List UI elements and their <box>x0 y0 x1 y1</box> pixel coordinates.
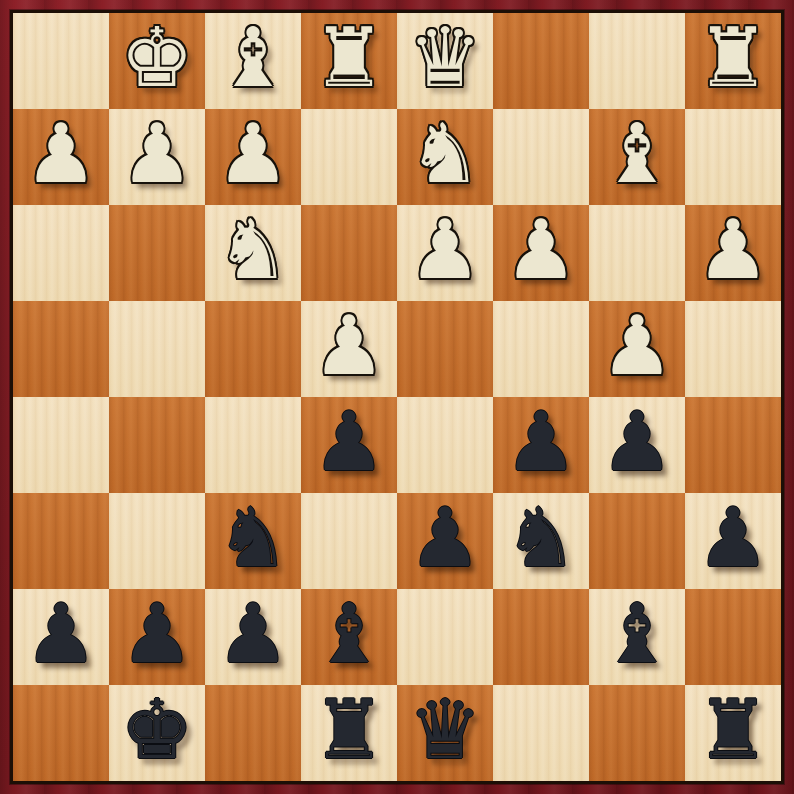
square-a6[interactable]: ♟ <box>685 493 781 589</box>
square-c3[interactable]: ♟ <box>493 205 589 301</box>
square-g4[interactable] <box>109 301 205 397</box>
square-b1[interactable] <box>589 13 685 109</box>
square-b2[interactable]: ♝ <box>589 109 685 205</box>
white-rook-a1[interactable]: ♜ <box>696 13 770 106</box>
square-b5[interactable]: ♟ <box>589 397 685 493</box>
square-c5[interactable]: ♟ <box>493 397 589 493</box>
black-rook-e8[interactable]: ♜ <box>312 685 386 778</box>
white-pawn-g2[interactable]: ♟ <box>120 109 194 202</box>
square-b8[interactable] <box>589 685 685 781</box>
square-h3[interactable] <box>13 205 109 301</box>
square-d2[interactable]: ♞ <box>397 109 493 205</box>
square-b3[interactable] <box>589 205 685 301</box>
square-h6[interactable] <box>13 493 109 589</box>
square-a7[interactable] <box>685 589 781 685</box>
square-g8[interactable]: ♚ <box>109 685 205 781</box>
white-king-g1[interactable]: ♚ <box>120 13 194 106</box>
square-d3[interactable]: ♟ <box>397 205 493 301</box>
square-f2[interactable]: ♟ <box>205 109 301 205</box>
square-f8[interactable] <box>205 685 301 781</box>
square-a2[interactable] <box>685 109 781 205</box>
square-h7[interactable]: ♟ <box>13 589 109 685</box>
white-pawn-h2[interactable]: ♟ <box>24 109 98 202</box>
square-h8[interactable] <box>13 685 109 781</box>
square-g5[interactable] <box>109 397 205 493</box>
black-rook-a8[interactable]: ♜ <box>696 685 770 778</box>
white-pawn-d3[interactable]: ♟ <box>408 205 482 298</box>
white-bishop-f1[interactable]: ♝ <box>216 13 290 106</box>
square-f6[interactable]: ♞ <box>205 493 301 589</box>
black-pawn-e5[interactable]: ♟ <box>312 397 386 490</box>
square-f4[interactable] <box>205 301 301 397</box>
square-g1[interactable]: ♚ <box>109 13 205 109</box>
white-queen-d1[interactable]: ♛ <box>408 13 482 106</box>
black-pawn-b5[interactable]: ♟ <box>600 397 674 490</box>
black-bishop-e7[interactable]: ♝ <box>312 589 386 682</box>
white-knight-f3[interactable]: ♞ <box>216 205 290 298</box>
square-c6[interactable]: ♞ <box>493 493 589 589</box>
black-knight-f6[interactable]: ♞ <box>216 493 290 586</box>
square-e5[interactable]: ♟ <box>301 397 397 493</box>
white-rook-e1[interactable]: ♜ <box>312 13 386 106</box>
black-pawn-g7[interactable]: ♟ <box>120 589 194 682</box>
black-pawn-h7[interactable]: ♟ <box>24 589 98 682</box>
square-f5[interactable] <box>205 397 301 493</box>
square-h2[interactable]: ♟ <box>13 109 109 205</box>
white-pawn-c3[interactable]: ♟ <box>504 205 578 298</box>
black-pawn-c5[interactable]: ♟ <box>504 397 578 490</box>
square-e7[interactable]: ♝ <box>301 589 397 685</box>
black-king-g8[interactable]: ♚ <box>120 685 194 778</box>
square-a5[interactable] <box>685 397 781 493</box>
board-frame: ♚♝♜♛♜♟♟♟♞♝♞♟♟♟♟♟♟♟♟♞♟♞♟♟♟♟♝♝♚♜♛♜ <box>0 0 794 794</box>
white-pawn-e4[interactable]: ♟ <box>312 301 386 394</box>
white-pawn-a3[interactable]: ♟ <box>696 205 770 298</box>
square-d1[interactable]: ♛ <box>397 13 493 109</box>
square-a3[interactable]: ♟ <box>685 205 781 301</box>
square-c4[interactable] <box>493 301 589 397</box>
square-f7[interactable]: ♟ <box>205 589 301 685</box>
square-a4[interactable] <box>685 301 781 397</box>
square-h1[interactable] <box>13 13 109 109</box>
square-d8[interactable]: ♛ <box>397 685 493 781</box>
black-pawn-d6[interactable]: ♟ <box>408 493 482 586</box>
square-f1[interactable]: ♝ <box>205 13 301 109</box>
square-e1[interactable]: ♜ <box>301 13 397 109</box>
white-pawn-b4[interactable]: ♟ <box>600 301 674 394</box>
square-h4[interactable] <box>13 301 109 397</box>
square-a1[interactable]: ♜ <box>685 13 781 109</box>
square-e4[interactable]: ♟ <box>301 301 397 397</box>
square-c2[interactable] <box>493 109 589 205</box>
square-e8[interactable]: ♜ <box>301 685 397 781</box>
square-c1[interactable] <box>493 13 589 109</box>
square-g2[interactable]: ♟ <box>109 109 205 205</box>
square-b7[interactable]: ♝ <box>589 589 685 685</box>
white-pawn-f2[interactable]: ♟ <box>216 109 290 202</box>
chess-board: ♚♝♜♛♜♟♟♟♞♝♞♟♟♟♟♟♟♟♟♞♟♞♟♟♟♟♝♝♚♜♛♜ <box>10 10 784 784</box>
square-a8[interactable]: ♜ <box>685 685 781 781</box>
square-g7[interactable]: ♟ <box>109 589 205 685</box>
square-c8[interactable] <box>493 685 589 781</box>
square-b6[interactable] <box>589 493 685 589</box>
square-d5[interactable] <box>397 397 493 493</box>
square-c7[interactable] <box>493 589 589 685</box>
white-knight-d2[interactable]: ♞ <box>408 109 482 202</box>
black-bishop-b7[interactable]: ♝ <box>600 589 674 682</box>
square-d7[interactable] <box>397 589 493 685</box>
square-d4[interactable] <box>397 301 493 397</box>
square-e2[interactable] <box>301 109 397 205</box>
black-knight-c6[interactable]: ♞ <box>504 493 578 586</box>
black-pawn-f7[interactable]: ♟ <box>216 589 290 682</box>
square-e3[interactable] <box>301 205 397 301</box>
square-b4[interactable]: ♟ <box>589 301 685 397</box>
square-d6[interactable]: ♟ <box>397 493 493 589</box>
square-g6[interactable] <box>109 493 205 589</box>
black-pawn-a6[interactable]: ♟ <box>696 493 770 586</box>
square-h5[interactable] <box>13 397 109 493</box>
square-f3[interactable]: ♞ <box>205 205 301 301</box>
black-queen-d8[interactable]: ♛ <box>408 685 482 778</box>
white-bishop-b2[interactable]: ♝ <box>600 109 674 202</box>
square-g3[interactable] <box>109 205 205 301</box>
square-e6[interactable] <box>301 493 397 589</box>
